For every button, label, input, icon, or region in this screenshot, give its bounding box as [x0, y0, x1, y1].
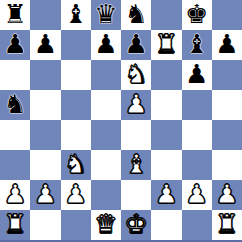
square-f7[interactable]: ♜ [151, 30, 181, 60]
square-g4[interactable] [182, 120, 212, 150]
black-bishop[interactable]: ♝ [185, 30, 208, 59]
square-b3[interactable] [30, 150, 60, 180]
black-knight[interactable]: ♞ [3, 90, 26, 119]
square-a1[interactable]: ♜ [0, 210, 30, 240]
white-bishop[interactable]: ♝ [124, 150, 147, 179]
square-b1[interactable] [30, 210, 60, 240]
white-queen[interactable]: ♛ [94, 210, 117, 239]
white-pawn[interactable]: ♟ [185, 180, 208, 209]
square-c2[interactable]: ♟ [61, 180, 91, 210]
square-c8[interactable]: ♝ [61, 0, 91, 30]
square-g3[interactable] [182, 150, 212, 180]
black-bishop[interactable]: ♝ [64, 0, 87, 29]
square-b8[interactable] [30, 0, 60, 30]
square-b5[interactable] [30, 90, 60, 120]
square-c1[interactable] [61, 210, 91, 240]
square-e5[interactable]: ♟ [121, 90, 151, 120]
square-b6[interactable] [30, 60, 60, 90]
white-rook[interactable]: ♜ [155, 30, 178, 59]
square-e7[interactable]: ♟ [121, 30, 151, 60]
white-pawn[interactable]: ♟ [124, 90, 147, 119]
white-king[interactable]: ♚ [124, 210, 147, 239]
square-e2[interactable] [121, 180, 151, 210]
chess-board-widget: ♜♝♛♞♚♟♟♟♟♜♝♟♞♟♞♟♞♝♟♟♟♟♟♟♜♛♚♜ [0, 0, 242, 242]
square-a2[interactable]: ♟ [0, 180, 30, 210]
square-g2[interactable]: ♟ [182, 180, 212, 210]
square-a8[interactable]: ♜ [0, 0, 30, 30]
black-pawn[interactable]: ♟ [34, 30, 57, 59]
white-rook[interactable]: ♜ [3, 210, 26, 239]
square-d6[interactable] [91, 60, 121, 90]
square-f3[interactable] [151, 150, 181, 180]
square-d5[interactable] [91, 90, 121, 120]
black-pawn[interactable]: ♟ [185, 60, 208, 89]
white-knight[interactable]: ♞ [64, 150, 87, 179]
square-h1[interactable]: ♜ [212, 210, 242, 240]
white-pawn[interactable]: ♟ [64, 180, 87, 209]
white-pawn[interactable]: ♟ [215, 180, 238, 209]
square-d2[interactable] [91, 180, 121, 210]
square-d3[interactable] [91, 150, 121, 180]
square-g6[interactable]: ♟ [182, 60, 212, 90]
square-b2[interactable]: ♟ [30, 180, 60, 210]
square-g5[interactable] [182, 90, 212, 120]
black-pawn[interactable]: ♟ [3, 30, 26, 59]
square-e4[interactable] [121, 120, 151, 150]
black-queen[interactable]: ♛ [94, 0, 117, 29]
black-rook[interactable]: ♜ [3, 0, 26, 29]
square-e1[interactable]: ♚ [121, 210, 151, 240]
square-f1[interactable] [151, 210, 181, 240]
square-f4[interactable] [151, 120, 181, 150]
square-e3[interactable]: ♝ [121, 150, 151, 180]
square-h3[interactable] [212, 150, 242, 180]
square-h4[interactable] [212, 120, 242, 150]
square-b4[interactable] [30, 120, 60, 150]
chess-board: ♜♝♛♞♚♟♟♟♟♜♝♟♞♟♞♟♞♝♟♟♟♟♟♟♜♛♚♜ [0, 0, 242, 242]
black-pawn[interactable]: ♟ [124, 30, 147, 59]
square-a7[interactable]: ♟ [0, 30, 30, 60]
square-h7[interactable]: ♟ [212, 30, 242, 60]
square-b7[interactable]: ♟ [30, 30, 60, 60]
square-c6[interactable] [61, 60, 91, 90]
black-pawn[interactable]: ♟ [215, 30, 238, 59]
square-f6[interactable] [151, 60, 181, 90]
square-f2[interactable]: ♟ [151, 180, 181, 210]
square-h2[interactable]: ♟ [212, 180, 242, 210]
square-c3[interactable]: ♞ [61, 150, 91, 180]
square-e6[interactable]: ♞ [121, 60, 151, 90]
white-rook[interactable]: ♜ [215, 210, 238, 239]
black-king[interactable]: ♚ [185, 0, 208, 29]
white-pawn[interactable]: ♟ [3, 180, 26, 209]
square-c4[interactable] [61, 120, 91, 150]
square-e8[interactable]: ♞ [121, 0, 151, 30]
white-pawn[interactable]: ♟ [34, 180, 57, 209]
square-f8[interactable] [151, 0, 181, 30]
black-knight[interactable]: ♞ [124, 0, 147, 29]
square-a4[interactable] [0, 120, 30, 150]
square-f5[interactable] [151, 90, 181, 120]
square-g8[interactable]: ♚ [182, 0, 212, 30]
square-d4[interactable] [91, 120, 121, 150]
black-pawn[interactable]: ♟ [94, 30, 117, 59]
square-c7[interactable] [61, 30, 91, 60]
square-c5[interactable] [61, 90, 91, 120]
white-knight[interactable]: ♞ [124, 60, 147, 89]
square-a6[interactable] [0, 60, 30, 90]
square-h8[interactable] [212, 0, 242, 30]
square-d8[interactable]: ♛ [91, 0, 121, 30]
white-pawn[interactable]: ♟ [155, 180, 178, 209]
square-g1[interactable] [182, 210, 212, 240]
square-h6[interactable] [212, 60, 242, 90]
square-d7[interactable]: ♟ [91, 30, 121, 60]
square-d1[interactable]: ♛ [91, 210, 121, 240]
square-a5[interactable]: ♞ [0, 90, 30, 120]
square-g7[interactable]: ♝ [182, 30, 212, 60]
square-a3[interactable] [0, 150, 30, 180]
square-h5[interactable] [212, 90, 242, 120]
